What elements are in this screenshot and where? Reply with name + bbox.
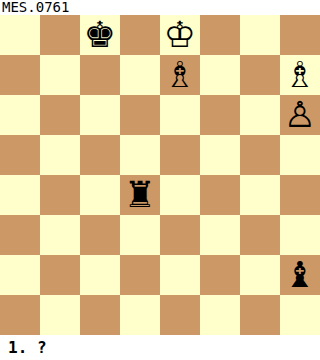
square-f7	[200, 55, 240, 95]
square-h5	[280, 135, 320, 175]
square-h2: ♝	[280, 255, 320, 295]
black-king: ♚	[84, 15, 116, 55]
square-c5	[80, 135, 120, 175]
square-g1	[240, 295, 280, 335]
black-bishop: ♝	[284, 255, 316, 295]
square-f4	[200, 175, 240, 215]
square-c2	[80, 255, 120, 295]
square-g5	[240, 135, 280, 175]
square-c6	[80, 95, 120, 135]
square-f8	[200, 15, 240, 55]
square-h1	[280, 295, 320, 335]
white-bishop: ♗	[284, 55, 316, 95]
square-b5	[40, 135, 80, 175]
square-d8	[120, 15, 160, 55]
square-d6	[120, 95, 160, 135]
square-h7: ♗	[280, 55, 320, 95]
move-prompt: 1. ?	[0, 335, 320, 360]
chess-diagram-page: MES.0761 ♚♔♗♗♙♜♝ 1. ?	[0, 0, 320, 360]
square-h6: ♙	[280, 95, 320, 135]
square-a5	[0, 135, 40, 175]
square-b3	[40, 215, 80, 255]
square-b8	[40, 15, 80, 55]
square-a7	[0, 55, 40, 95]
square-f5	[200, 135, 240, 175]
square-f3	[200, 215, 240, 255]
square-d5	[120, 135, 160, 175]
square-a6	[0, 95, 40, 135]
white-king: ♔	[164, 15, 196, 55]
square-e5	[160, 135, 200, 175]
square-f2	[200, 255, 240, 295]
square-g4	[240, 175, 280, 215]
square-d7	[120, 55, 160, 95]
square-g7	[240, 55, 280, 95]
square-e1	[160, 295, 200, 335]
square-b1	[40, 295, 80, 335]
square-g3	[240, 215, 280, 255]
square-b6	[40, 95, 80, 135]
square-h8	[280, 15, 320, 55]
black-rook: ♜	[124, 175, 156, 215]
square-g2	[240, 255, 280, 295]
square-c3	[80, 215, 120, 255]
square-c8: ♚	[80, 15, 120, 55]
white-bishop: ♗	[164, 55, 196, 95]
white-pawn: ♙	[284, 95, 316, 135]
diagram-title: MES.0761	[0, 0, 320, 15]
square-e4	[160, 175, 200, 215]
square-a4	[0, 175, 40, 215]
square-f1	[200, 295, 240, 335]
square-h4	[280, 175, 320, 215]
square-g8	[240, 15, 280, 55]
square-d1	[120, 295, 160, 335]
square-f6	[200, 95, 240, 135]
square-h3	[280, 215, 320, 255]
square-e6	[160, 95, 200, 135]
square-a2	[0, 255, 40, 295]
square-b7	[40, 55, 80, 95]
square-e8: ♔	[160, 15, 200, 55]
square-b2	[40, 255, 80, 295]
square-b4	[40, 175, 80, 215]
chess-board: ♚♔♗♗♙♜♝	[0, 15, 320, 335]
square-c1	[80, 295, 120, 335]
square-c4	[80, 175, 120, 215]
square-d2	[120, 255, 160, 295]
square-d4: ♜	[120, 175, 160, 215]
square-a1	[0, 295, 40, 335]
square-e7: ♗	[160, 55, 200, 95]
square-a3	[0, 215, 40, 255]
square-d3	[120, 215, 160, 255]
square-g6	[240, 95, 280, 135]
square-a8	[0, 15, 40, 55]
square-e2	[160, 255, 200, 295]
square-e3	[160, 215, 200, 255]
square-c7	[80, 55, 120, 95]
